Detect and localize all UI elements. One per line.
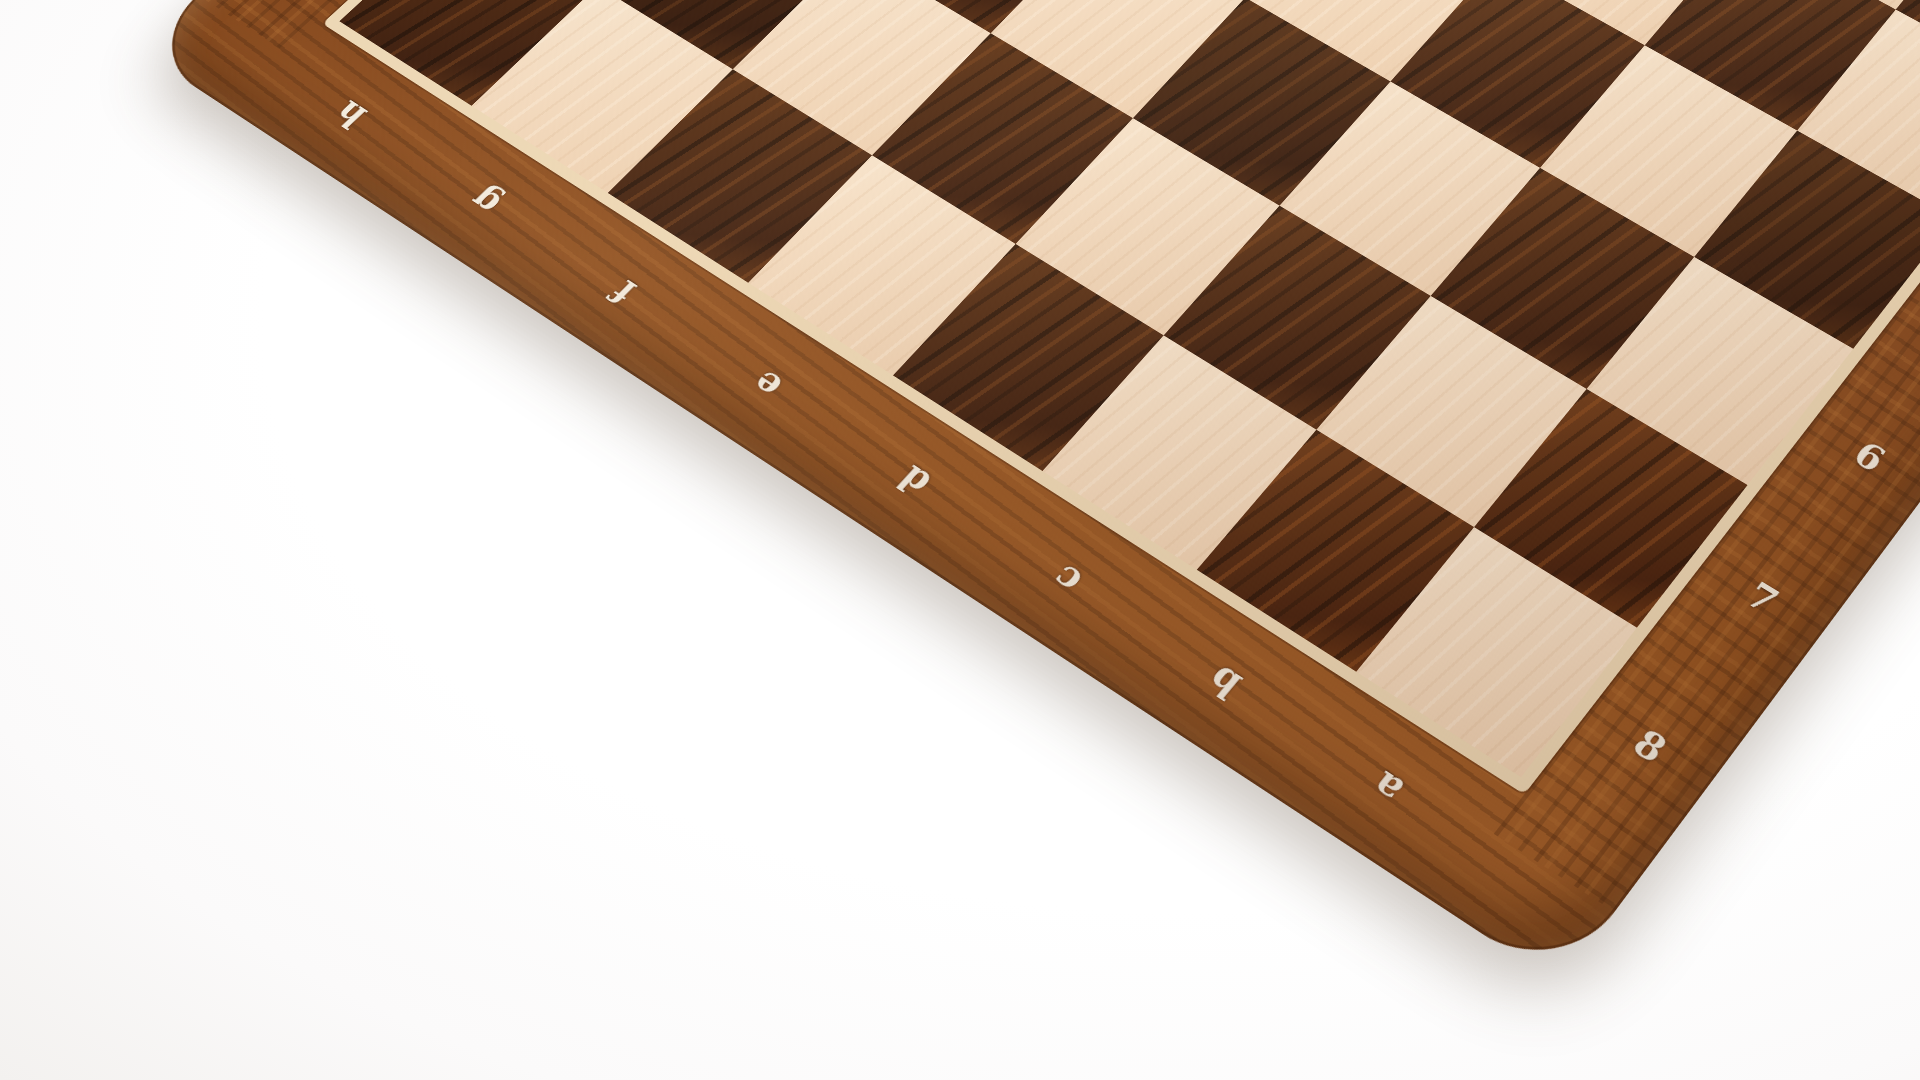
product-photo-scene: hgfedcba 12345678 12345678 bbox=[0, 0, 1920, 1080]
chess-board: hgfedcba 12345678 12345678 bbox=[137, 0, 1920, 985]
board-perspective-wrap: hgfedcba 12345678 12345678 bbox=[0, 0, 1920, 1080]
